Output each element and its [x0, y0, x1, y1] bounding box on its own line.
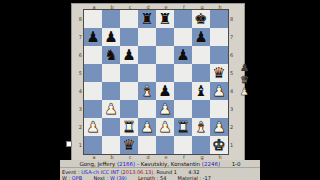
white-rook: ♜ — [122, 118, 135, 136]
square-c4[interactable] — [120, 82, 138, 100]
rank-label-5: 5 — [72, 70, 84, 76]
square-d1[interactable] — [138, 136, 156, 154]
white-rook: ♜ — [176, 118, 189, 136]
square-c6[interactable]: ♟ — [120, 46, 138, 64]
square-f6[interactable]: ♟ — [174, 46, 192, 64]
square-d4[interactable]: ♝ — [138, 82, 156, 100]
square-h4[interactable]: ♟ — [210, 82, 228, 100]
white-bishop: ♝ — [194, 118, 207, 136]
square-f3[interactable] — [174, 100, 192, 118]
white-pawn: ♟ — [140, 118, 153, 136]
square-d5[interactable] — [138, 64, 156, 82]
chess-board: ♜♜♚♟♟♟♞♟♟♛♝♟♝♟♟♟♟♜♟♟♜♝♟♛♚ — [84, 10, 228, 154]
rank-label-6: 6 — [228, 52, 243, 58]
square-h5[interactable]: ♛ — [210, 64, 228, 82]
white-pawn: ♟ — [104, 100, 117, 118]
black-rook: ♜ — [158, 10, 171, 28]
square-a4[interactable] — [84, 82, 102, 100]
opening-code: QPB — [72, 175, 82, 180]
rank-label-2: 2 — [72, 124, 84, 130]
square-g5[interactable] — [192, 64, 210, 82]
black-pawn-mini: ♟ — [240, 62, 249, 73]
square-e3[interactable]: ♟ — [156, 100, 174, 118]
next-value: W (39) — [110, 175, 127, 180]
rank-label-2: 2 — [228, 124, 243, 130]
square-h8[interactable] — [210, 10, 228, 28]
video-frame: abcdefgh 87654321 ♜♜♚♟♟♟♞♟♟♛♝♟♝♟♟♟♟♜♟♟♜♝… — [0, 0, 320, 180]
material-label: Material : — [178, 175, 202, 180]
square-f7[interactable] — [174, 28, 192, 46]
square-h3[interactable] — [210, 100, 228, 118]
square-e2[interactable]: ♟ — [156, 118, 174, 136]
black-queen: ♛ — [122, 136, 135, 154]
square-a5[interactable] — [84, 64, 102, 82]
white-pawn: ♟ — [86, 118, 99, 136]
square-f4[interactable] — [174, 82, 192, 100]
black-pawn: ♟ — [194, 28, 207, 46]
side-label: W : — [62, 175, 70, 180]
rank-labels-left: 87654321 — [72, 10, 84, 154]
square-e4[interactable]: ♟ — [156, 82, 174, 100]
square-c8[interactable] — [120, 10, 138, 28]
black-player-rating: (2246) — [202, 161, 220, 167]
square-e6[interactable] — [156, 46, 174, 64]
white-pawn: ♟ — [212, 82, 225, 100]
white-pawn: ♟ — [158, 118, 171, 136]
white-bishop: ♝ — [140, 82, 153, 100]
rank-label-1: 1 — [228, 142, 243, 148]
square-a6[interactable] — [84, 46, 102, 64]
rank-label-7: 7 — [72, 34, 84, 40]
next-label: Next : — [93, 175, 108, 180]
square-d7[interactable] — [138, 28, 156, 46]
square-b8[interactable] — [102, 10, 120, 28]
rank-label-8: 8 — [228, 16, 243, 22]
caption-panel: Gong, Jeffery (2166) - Kavutskiy, Konsta… — [60, 160, 260, 180]
square-c5[interactable] — [120, 64, 138, 82]
players-line: Gong, Jeffery (2166) - Kavutskiy, Konsta… — [60, 160, 260, 167]
rank-label-8: 8 — [72, 16, 84, 22]
square-e7[interactable] — [156, 28, 174, 46]
square-c3[interactable] — [120, 100, 138, 118]
board-window: abcdefgh 87654321 ♜♜♚♟♟♟♞♟♟♛♝♟♝♟♟♟♟♜♟♟♜♝… — [72, 4, 244, 160]
square-a7[interactable]: ♟ — [84, 28, 102, 46]
square-c1[interactable]: ♛ — [120, 136, 138, 154]
length-label: Length : — [138, 175, 159, 180]
black-pawn: ♟ — [86, 28, 99, 46]
square-d6[interactable] — [138, 46, 156, 64]
square-a3[interactable] — [84, 100, 102, 118]
white-pawn-mini: ♟ — [240, 86, 249, 97]
square-e8[interactable]: ♜ — [156, 10, 174, 28]
square-b3[interactable]: ♟ — [102, 100, 120, 118]
square-b4[interactable] — [102, 82, 120, 100]
square-b6[interactable]: ♞ — [102, 46, 120, 64]
square-g7[interactable]: ♟ — [192, 28, 210, 46]
square-a8[interactable] — [84, 10, 102, 28]
material-strip: ♟♛♟ — [240, 62, 249, 97]
black-pawn: ♟ — [122, 46, 135, 64]
white-player-rating: (2166) — [117, 161, 135, 167]
white-king: ♚ — [212, 136, 225, 154]
white-queen-mini: ♛ — [240, 74, 249, 85]
square-h2[interactable]: ♟ — [210, 118, 228, 136]
black-pawn: ♟ — [158, 82, 171, 100]
rank-label-4: 4 — [72, 88, 84, 94]
square-e5[interactable] — [156, 64, 174, 82]
white-pawn: ♟ — [212, 118, 225, 136]
square-g8[interactable]: ♚ — [192, 10, 210, 28]
square-a2[interactable]: ♟ — [84, 118, 102, 136]
square-g6[interactable] — [192, 46, 210, 64]
white-to-move-indicator — [66, 141, 72, 147]
square-b5[interactable] — [102, 64, 120, 82]
rank-label-7: 7 — [228, 34, 243, 40]
square-g4[interactable]: ♝ — [192, 82, 210, 100]
white-pawn: ♟ — [158, 100, 171, 118]
square-d8[interactable]: ♜ — [138, 10, 156, 28]
game-result: 1-0 — [232, 161, 241, 167]
square-f2[interactable]: ♜ — [174, 118, 192, 136]
square-f8[interactable] — [174, 10, 192, 28]
black-king: ♚ — [194, 10, 207, 28]
square-b2[interactable] — [102, 118, 120, 136]
rank-label-3: 3 — [228, 106, 243, 112]
square-e1[interactable] — [156, 136, 174, 154]
square-b7[interactable]: ♟ — [102, 28, 120, 46]
white-player-name: Gong, Jeffery — [79, 161, 115, 167]
black-player-name: Kavutskiy, Konstantin — [141, 161, 200, 167]
length-value: 54 — [160, 175, 166, 180]
square-d3[interactable] — [138, 100, 156, 118]
square-f1[interactable] — [174, 136, 192, 154]
rank-label-1: 1 — [72, 142, 84, 148]
square-a1[interactable] — [84, 136, 102, 154]
square-g3[interactable] — [192, 100, 210, 118]
info-panel: Event : USA-ch ICC INT (2013.06.13), Rou… — [60, 167, 260, 180]
rank-label-6: 6 — [72, 52, 84, 58]
square-f5[interactable] — [174, 64, 192, 82]
square-h6[interactable] — [210, 46, 228, 64]
square-g1[interactable] — [192, 136, 210, 154]
square-c7[interactable] — [120, 28, 138, 46]
square-g2[interactable]: ♝ — [192, 118, 210, 136]
material-value: -17 — [203, 175, 211, 180]
black-knight: ♞ — [104, 46, 117, 64]
square-h1[interactable]: ♚ — [210, 136, 228, 154]
square-h7[interactable] — [210, 28, 228, 46]
black-bishop: ♝ — [194, 82, 207, 100]
black-pawn: ♟ — [104, 28, 117, 46]
square-c2[interactable]: ♜ — [120, 118, 138, 136]
stats-line: W : QPB Next : W (39) Length : 54 Materi… — [62, 175, 258, 180]
black-pawn: ♟ — [176, 46, 189, 64]
square-d2[interactable]: ♟ — [138, 118, 156, 136]
black-queen: ♛ — [212, 64, 225, 82]
rank-label-3: 3 — [72, 106, 84, 112]
players-separator: - — [137, 161, 139, 167]
square-b1[interactable] — [102, 136, 120, 154]
black-rook: ♜ — [140, 10, 153, 28]
